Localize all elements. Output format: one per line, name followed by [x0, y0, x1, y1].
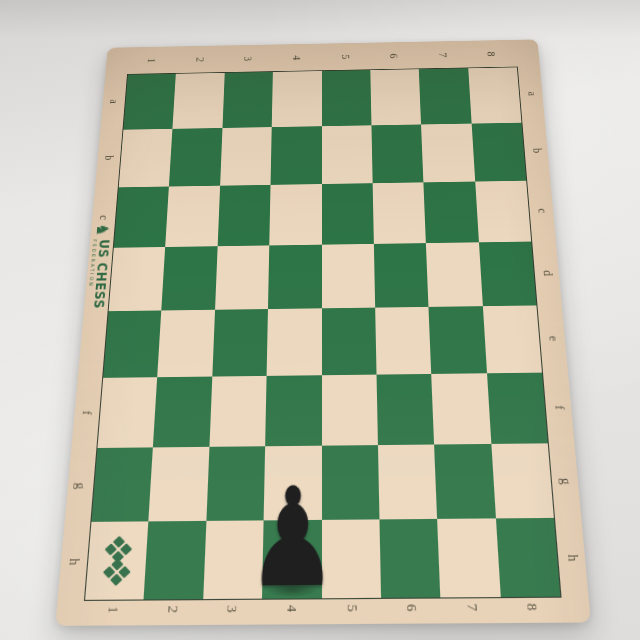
photo-scene: 12345678 12345678 abcfgh abcdefgh ♞ US C… [0, 0, 640, 640]
square-c2 [166, 186, 220, 247]
coordinate-left-5 [55, 334, 129, 354]
square-b2 [169, 128, 222, 187]
coordinate-top-7: 7 [430, 35, 457, 75]
square-d2 [162, 246, 218, 310]
coordinate-right-7: g [526, 469, 606, 491]
square-b3 [220, 127, 272, 186]
coordinate-top-5: 5 [334, 37, 359, 77]
square-d7 [426, 242, 482, 307]
coordinate-right-3: c [506, 201, 578, 220]
square-f6 [376, 374, 434, 445]
square-a4 [272, 71, 322, 127]
crest-diamond [120, 543, 132, 555]
coordinate-left-1: a [80, 93, 147, 110]
coordinate-bottom-3: 3 [216, 579, 247, 639]
square-e4 [267, 308, 322, 376]
coordinate-bottom-5: 5 [337, 578, 367, 639]
coordinate-right-8: h [531, 546, 613, 570]
coordinate-left-8: h [33, 550, 113, 573]
coordinate-bottom-6: 6 [396, 578, 427, 639]
coordinate-top-4: 4 [285, 38, 310, 78]
coordinate-bottom-1: 1 [96, 580, 129, 640]
coordinate-right-2: b [502, 142, 572, 160]
crest-diamond [118, 565, 130, 577]
coordinate-bottom-8: 8 [515, 577, 549, 638]
chess-board: ♟ [84, 67, 562, 601]
square-f3 [209, 376, 267, 447]
square-g7 [434, 444, 495, 519]
knight-logo-icon: ♞ [94, 223, 111, 236]
square-f5 [321, 375, 377, 446]
coordinate-right-5: e [515, 328, 591, 349]
square-f2 [153, 377, 212, 448]
coordinate-left-7: g [41, 474, 119, 496]
coordinate-bottom-4: 4 [277, 579, 307, 640]
square-c5 [322, 183, 374, 244]
square-a2 [173, 73, 225, 129]
coordinate-top-2: 2 [187, 40, 213, 80]
square-a6 [370, 69, 421, 125]
square-c6 [373, 182, 427, 244]
square-a3 [222, 72, 273, 128]
coordinate-right-4: d [511, 263, 585, 283]
square-a5 [322, 70, 372, 126]
square-b4 [271, 126, 322, 185]
square-c7 [424, 182, 479, 244]
square-e6 [375, 307, 431, 375]
coordinate-bottom-7: 7 [456, 577, 488, 638]
square-b6 [371, 124, 423, 183]
coordinate-top-3: 3 [236, 39, 262, 79]
square-e2 [158, 310, 215, 377]
coordinate-right-6: f [520, 397, 598, 418]
us-chess-wordmark-block: US CHESS FEDERATION [86, 239, 112, 309]
chess-mat: 12345678 12345678 abcfgh abcdefgh ♞ US C… [55, 39, 591, 625]
square-f7 [431, 373, 491, 444]
square-c3 [217, 185, 270, 246]
coordinate-bottom-2: 2 [156, 579, 188, 639]
square-f4 [265, 375, 321, 446]
square-d6 [374, 243, 429, 307]
square-e3 [212, 309, 268, 377]
square-a7 [419, 68, 471, 124]
square-g2 [149, 447, 209, 522]
square-e5 [321, 308, 376, 376]
bottom-rank-numbers: 12345678 [82, 592, 564, 624]
coordinate-top-6: 6 [382, 36, 408, 76]
square-e7 [429, 306, 487, 374]
square-g6 [378, 445, 438, 520]
coordinate-right-1: a [497, 85, 566, 102]
coordinate-left-2: b [74, 149, 143, 167]
square-d3 [215, 245, 270, 309]
square-b5 [322, 125, 373, 184]
coordinate-top-8: 8 [479, 34, 507, 74]
coordinate-left-6: f [48, 402, 124, 423]
square-c4 [269, 184, 321, 245]
coordinate-top-1: 1 [139, 41, 166, 81]
square-d5 [321, 244, 375, 308]
square-d4 [268, 245, 321, 309]
square-b7 [421, 124, 475, 183]
